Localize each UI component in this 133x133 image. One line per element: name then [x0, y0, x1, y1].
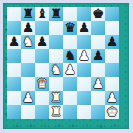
square-h6[interactable]: ♟ — [105, 35, 119, 49]
square-a3[interactable] — [7, 77, 21, 91]
square-f2[interactable] — [77, 91, 91, 105]
square-h1[interactable]: ♚ — [105, 105, 119, 119]
square-d5[interactable] — [49, 49, 63, 63]
square-g8[interactable]: ♚ — [91, 7, 105, 21]
square-g1[interactable] — [91, 105, 105, 119]
file-label-e: e — [66, 123, 80, 130]
square-d8[interactable]: ♜ — [49, 7, 63, 21]
square-h3[interactable] — [105, 77, 119, 91]
square-e8[interactable] — [63, 7, 77, 21]
rank-label-6: 6 — [3, 38, 9, 52]
square-c6[interactable]: ♟ — [35, 35, 49, 49]
square-c5[interactable] — [35, 49, 49, 63]
piece-white-pawn: ♟ — [22, 91, 34, 105]
square-c8[interactable]: ♝ — [35, 7, 49, 21]
square-d2[interactable]: ♜ — [49, 91, 63, 105]
piece-black-pawn: ♟ — [36, 35, 48, 49]
square-g2[interactable] — [91, 91, 105, 105]
square-b2[interactable]: ♟ — [21, 91, 35, 105]
square-d7[interactable] — [49, 21, 63, 35]
square-h2[interactable]: ♟ — [105, 91, 119, 105]
file-label-d: d — [52, 123, 66, 130]
square-e4[interactable]: ♟ — [63, 63, 77, 77]
piece-white-knight: ♞ — [50, 63, 62, 77]
rank-label-4: 4 — [3, 66, 9, 80]
square-b3[interactable] — [21, 77, 35, 91]
square-f8[interactable] — [77, 7, 91, 21]
piece-black-pawn: ♟ — [92, 49, 104, 63]
square-g4[interactable] — [91, 63, 105, 77]
square-a5[interactable] — [7, 49, 21, 63]
file-label-b: b — [24, 123, 38, 130]
piece-black-queen: ♛ — [64, 21, 76, 35]
square-d3[interactable] — [49, 77, 63, 91]
square-e6[interactable] — [63, 35, 77, 49]
square-b4[interactable] — [21, 63, 35, 77]
rank-label-8: 8 — [3, 10, 9, 24]
square-f4[interactable] — [77, 63, 91, 77]
chess-board: ♜♝♜♚♟♛♟♟♞♟♟♞♟♟♞♟♛♟♟♜♟♜♚ — [7, 7, 119, 119]
rank-label-2: 2 — [3, 94, 9, 108]
square-c7[interactable] — [35, 21, 49, 35]
piece-black-pawn: ♟ — [106, 35, 118, 49]
square-b7[interactable]: ♟ — [21, 21, 35, 35]
square-g7[interactable] — [91, 21, 105, 35]
piece-black-rook: ♜ — [50, 7, 62, 21]
square-b6[interactable]: ♞ — [21, 35, 35, 49]
square-c1[interactable] — [35, 105, 49, 119]
square-h4[interactable] — [105, 63, 119, 77]
square-f7[interactable]: ♟ — [77, 21, 91, 35]
square-a8[interactable] — [7, 7, 21, 21]
piece-white-king: ♚ — [106, 105, 118, 119]
square-e5[interactable]: ♞ — [63, 49, 77, 63]
square-f5[interactable]: ♟ — [77, 49, 91, 63]
square-c2[interactable] — [35, 91, 49, 105]
piece-black-bishop: ♝ — [36, 7, 48, 21]
square-a2[interactable] — [7, 91, 21, 105]
square-d6[interactable] — [49, 35, 63, 49]
square-h7[interactable] — [105, 21, 119, 35]
square-e3[interactable] — [63, 77, 77, 91]
chess-diagram: ♜♝♜♚♟♛♟♟♞♟♟♞♟♟♞♟♛♟♟♜♟♜♚ 8a7b6c5d4e3f2g1h — [0, 0, 133, 133]
piece-black-knight: ♞ — [64, 49, 76, 63]
piece-white-queen: ♛ — [36, 77, 48, 91]
piece-black-pawn: ♟ — [22, 21, 34, 35]
square-f6[interactable] — [77, 35, 91, 49]
rank-label-5: 5 — [3, 52, 9, 66]
piece-black-king: ♚ — [92, 7, 104, 21]
piece-white-pawn: ♟ — [78, 49, 90, 63]
square-a4[interactable] — [7, 63, 21, 77]
piece-black-rook: ♜ — [22, 7, 34, 21]
piece-white-rook: ♜ — [50, 105, 62, 119]
square-g6[interactable] — [91, 35, 105, 49]
rank-label-3: 3 — [3, 80, 9, 94]
file-label-g: g — [94, 123, 108, 130]
square-b5[interactable] — [21, 49, 35, 63]
square-f1[interactable] — [77, 105, 91, 119]
file-label-h: h — [108, 123, 122, 130]
rank-label-7: 7 — [3, 24, 9, 38]
square-e1[interactable] — [63, 105, 77, 119]
square-f3[interactable] — [77, 77, 91, 91]
square-a7[interactable] — [7, 21, 21, 35]
piece-white-knight: ♞ — [22, 35, 34, 49]
square-h8[interactable] — [105, 7, 119, 21]
square-e2[interactable] — [63, 91, 77, 105]
square-e7[interactable]: ♛ — [63, 21, 77, 35]
piece-white-rook: ♜ — [50, 91, 62, 105]
square-c3[interactable]: ♛ — [35, 77, 49, 91]
square-a6[interactable]: ♟ — [7, 35, 21, 49]
piece-black-pawn: ♟ — [78, 21, 90, 35]
square-c4[interactable] — [35, 63, 49, 77]
piece-white-pawn: ♟ — [64, 63, 76, 77]
square-b8[interactable]: ♜ — [21, 7, 35, 21]
square-a1[interactable] — [7, 105, 21, 119]
file-label-c: c — [38, 123, 52, 130]
piece-white-pawn: ♟ — [92, 77, 104, 91]
file-label-f: f — [80, 123, 94, 130]
square-d4[interactable]: ♞ — [49, 63, 63, 77]
rank-label-1: 1 — [3, 108, 9, 122]
piece-black-pawn: ♟ — [8, 35, 20, 49]
piece-white-pawn: ♟ — [106, 91, 118, 105]
square-b1[interactable] — [21, 105, 35, 119]
square-g3[interactable]: ♟ — [91, 77, 105, 91]
square-h5[interactable] — [105, 49, 119, 63]
square-g5[interactable]: ♟ — [91, 49, 105, 63]
square-d1[interactable]: ♜ — [49, 105, 63, 119]
file-label-a: a — [10, 123, 24, 130]
